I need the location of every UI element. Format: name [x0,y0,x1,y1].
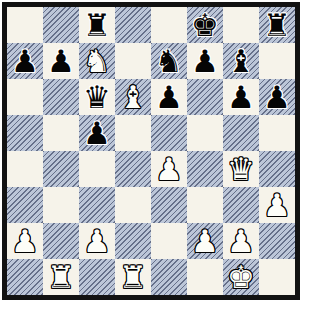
square-f8[interactable]: ♚ [187,7,223,43]
square-g7[interactable]: ♝ [223,43,259,79]
white-pawn[interactable]: ♟ [83,223,111,259]
black-pawn[interactable]: ♟ [227,79,255,115]
square-c7[interactable]: ♞ [79,43,115,79]
square-f7[interactable]: ♟ [187,43,223,79]
white-pawn[interactable]: ♟ [11,223,39,259]
square-d7[interactable] [115,43,151,79]
square-e2[interactable] [151,223,187,259]
white-knight[interactable]: ♞ [83,43,111,79]
square-b3[interactable] [43,187,79,223]
square-g1[interactable]: ♚ [223,259,259,295]
black-queen[interactable]: ♛ [83,79,111,115]
square-g2[interactable]: ♟ [223,223,259,259]
white-pawn[interactable]: ♟ [263,187,291,223]
square-b2[interactable] [43,223,79,259]
black-pawn[interactable]: ♟ [191,43,219,79]
black-knight[interactable]: ♞ [155,43,183,79]
square-f3[interactable] [187,187,223,223]
square-d3[interactable] [115,187,151,223]
square-h3[interactable]: ♟ [259,187,295,223]
white-rook[interactable]: ♜ [119,259,147,295]
square-d6[interactable]: ♝ [115,79,151,115]
square-b1[interactable]: ♜ [43,259,79,295]
square-g8[interactable] [223,7,259,43]
square-h4[interactable] [259,151,295,187]
black-pawn[interactable]: ♟ [263,79,291,115]
square-a2[interactable]: ♟ [7,223,43,259]
square-e3[interactable] [151,187,187,223]
square-f5[interactable] [187,115,223,151]
black-bishop[interactable]: ♝ [227,43,255,79]
square-b7[interactable]: ♟ [43,43,79,79]
square-f2[interactable]: ♟ [187,223,223,259]
black-rook[interactable]: ♜ [263,7,291,43]
square-d8[interactable] [115,7,151,43]
square-e7[interactable]: ♞ [151,43,187,79]
black-rook[interactable]: ♜ [83,7,111,43]
square-c1[interactable] [79,259,115,295]
square-a1[interactable] [7,259,43,295]
square-g5[interactable] [223,115,259,151]
square-g3[interactable] [223,187,259,223]
square-e8[interactable] [151,7,187,43]
chess-board[interactable]: ♜♚♜♟♟♞♞♟♝♛♝♟♟♟♟♟♛♟♟♟♟♟♜♜♚ [7,7,295,295]
square-e1[interactable] [151,259,187,295]
square-a8[interactable] [7,7,43,43]
square-c5[interactable]: ♟ [79,115,115,151]
white-pawn[interactable]: ♟ [155,151,183,187]
square-f6[interactable] [187,79,223,115]
square-h5[interactable] [259,115,295,151]
square-f1[interactable] [187,259,223,295]
square-h1[interactable] [259,259,295,295]
square-b6[interactable] [43,79,79,115]
white-king[interactable]: ♚ [227,259,255,295]
square-g4[interactable]: ♛ [223,151,259,187]
black-king[interactable]: ♚ [191,7,219,43]
square-h2[interactable] [259,223,295,259]
square-f4[interactable] [187,151,223,187]
square-c3[interactable] [79,187,115,223]
square-e6[interactable]: ♟ [151,79,187,115]
black-pawn[interactable]: ♟ [155,79,183,115]
chess-board-frame: ♜♚♜♟♟♞♞♟♝♛♝♟♟♟♟♟♛♟♟♟♟♟♜♜♚ [2,2,300,300]
square-h7[interactable] [259,43,295,79]
square-d4[interactable] [115,151,151,187]
square-d1[interactable]: ♜ [115,259,151,295]
square-b4[interactable] [43,151,79,187]
square-h6[interactable]: ♟ [259,79,295,115]
black-pawn[interactable]: ♟ [47,43,75,79]
white-pawn[interactable]: ♟ [227,223,255,259]
square-a6[interactable] [7,79,43,115]
white-rook[interactable]: ♜ [47,259,75,295]
white-bishop[interactable]: ♝ [119,79,147,115]
square-e4[interactable]: ♟ [151,151,187,187]
square-c6[interactable]: ♛ [79,79,115,115]
square-d5[interactable] [115,115,151,151]
square-a7[interactable]: ♟ [7,43,43,79]
white-pawn[interactable]: ♟ [191,223,219,259]
square-g6[interactable]: ♟ [223,79,259,115]
square-h8[interactable]: ♜ [259,7,295,43]
square-e5[interactable] [151,115,187,151]
square-c8[interactable]: ♜ [79,7,115,43]
square-c4[interactable] [79,151,115,187]
square-b8[interactable] [43,7,79,43]
black-pawn[interactable]: ♟ [83,115,111,151]
white-queen[interactable]: ♛ [227,151,255,187]
square-b5[interactable] [43,115,79,151]
square-d2[interactable] [115,223,151,259]
square-a3[interactable] [7,187,43,223]
black-pawn[interactable]: ♟ [11,43,39,79]
square-c2[interactable]: ♟ [79,223,115,259]
square-a4[interactable] [7,151,43,187]
square-a5[interactable] [7,115,43,151]
